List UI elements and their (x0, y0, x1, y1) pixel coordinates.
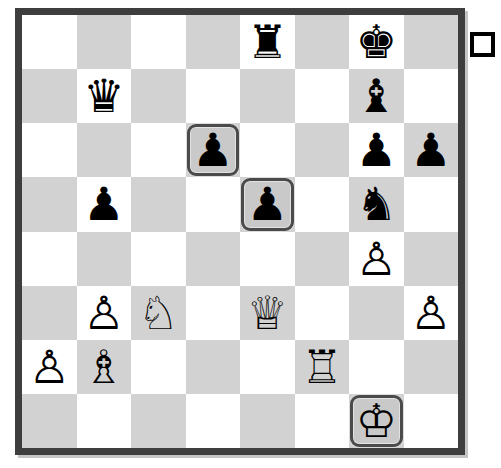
square-f8[interactable] (295, 15, 350, 69)
chess-board: ♜♚♛♝♟♟♟♟♟♞♙♙♘♕♙♙♗♖♔ (15, 8, 465, 455)
square-b6[interactable] (77, 123, 132, 177)
square-f4[interactable] (295, 232, 350, 286)
square-a2[interactable]: ♙ (22, 340, 77, 394)
square-e7[interactable] (240, 69, 295, 123)
black-bishop-g7: ♝ (356, 73, 397, 119)
square-e2[interactable] (240, 340, 295, 394)
square-f7[interactable] (295, 69, 350, 123)
square-f3[interactable] (295, 286, 350, 340)
black-pawn-g6: ♟ (356, 127, 397, 173)
square-a8[interactable] (22, 15, 77, 69)
square-c5[interactable] (131, 177, 186, 231)
square-c2[interactable] (131, 340, 186, 394)
white-pawn-b3: ♙ (83, 290, 124, 336)
square-c3[interactable]: ♘ (131, 286, 186, 340)
square-h2[interactable] (404, 340, 459, 394)
square-a7[interactable] (22, 69, 77, 123)
black-rook-e8: ♜ (247, 19, 288, 65)
page: ♜♚♛♝♟♟♟♟♟♞♙♙♘♕♙♙♗♖♔ (0, 0, 501, 468)
square-h1[interactable] (404, 394, 459, 448)
square-h5[interactable] (404, 177, 459, 231)
square-d6[interactable]: ♟ (186, 123, 241, 177)
white-knight-c3: ♘ (138, 290, 179, 336)
square-b1[interactable] (77, 394, 132, 448)
square-g1[interactable]: ♔ (349, 394, 404, 448)
square-f2[interactable]: ♖ (295, 340, 350, 394)
square-h8[interactable] (404, 15, 459, 69)
square-h3[interactable]: ♙ (404, 286, 459, 340)
square-c4[interactable] (131, 232, 186, 286)
square-b7[interactable]: ♛ (77, 69, 132, 123)
square-b3[interactable]: ♙ (77, 286, 132, 340)
square-d2[interactable] (186, 340, 241, 394)
square-a6[interactable] (22, 123, 77, 177)
white-pawn-g4: ♙ (356, 236, 397, 282)
square-h7[interactable] (404, 69, 459, 123)
square-e3[interactable]: ♕ (240, 286, 295, 340)
square-e8[interactable]: ♜ (240, 15, 295, 69)
square-b8[interactable] (77, 15, 132, 69)
square-d4[interactable] (186, 232, 241, 286)
square-d8[interactable] (186, 15, 241, 69)
square-a4[interactable] (22, 232, 77, 286)
square-g6[interactable]: ♟ (349, 123, 404, 177)
black-king-g8: ♚ (356, 19, 397, 65)
square-e1[interactable] (240, 394, 295, 448)
white-queen-e3: ♕ (247, 290, 288, 336)
square-d7[interactable] (186, 69, 241, 123)
black-pawn-b5: ♟ (83, 181, 124, 227)
black-pawn-e5: ♟ (247, 181, 288, 227)
square-e6[interactable] (240, 123, 295, 177)
black-pawn-h6: ♟ (410, 127, 451, 173)
white-to-move-indicator (470, 32, 495, 57)
square-e5[interactable]: ♟ (240, 177, 295, 231)
square-a1[interactable] (22, 394, 77, 448)
square-f5[interactable] (295, 177, 350, 231)
square-g7[interactable]: ♝ (349, 69, 404, 123)
square-a3[interactable] (22, 286, 77, 340)
square-g8[interactable]: ♚ (349, 15, 404, 69)
square-c1[interactable] (131, 394, 186, 448)
white-bishop-b2: ♗ (83, 344, 124, 390)
square-d5[interactable] (186, 177, 241, 231)
white-king-g1: ♔ (356, 398, 397, 444)
square-e4[interactable] (240, 232, 295, 286)
square-g3[interactable] (349, 286, 404, 340)
square-f1[interactable] (295, 394, 350, 448)
square-c8[interactable] (131, 15, 186, 69)
white-pawn-h3: ♙ (410, 290, 451, 336)
square-b4[interactable] (77, 232, 132, 286)
square-d3[interactable] (186, 286, 241, 340)
square-g4[interactable]: ♙ (349, 232, 404, 286)
square-g2[interactable] (349, 340, 404, 394)
square-c7[interactable] (131, 69, 186, 123)
square-b2[interactable]: ♗ (77, 340, 132, 394)
square-d1[interactable] (186, 394, 241, 448)
square-a5[interactable] (22, 177, 77, 231)
square-g5[interactable]: ♞ (349, 177, 404, 231)
white-rook-f2: ♖ (301, 344, 342, 390)
black-queen-b7: ♛ (83, 73, 124, 119)
square-b5[interactable]: ♟ (77, 177, 132, 231)
black-pawn-d6: ♟ (192, 127, 233, 173)
black-knight-g5: ♞ (356, 181, 397, 227)
white-pawn-a2: ♙ (29, 344, 70, 390)
square-h6[interactable]: ♟ (404, 123, 459, 177)
square-c6[interactable] (131, 123, 186, 177)
square-f6[interactable] (295, 123, 350, 177)
square-h4[interactable] (404, 232, 459, 286)
